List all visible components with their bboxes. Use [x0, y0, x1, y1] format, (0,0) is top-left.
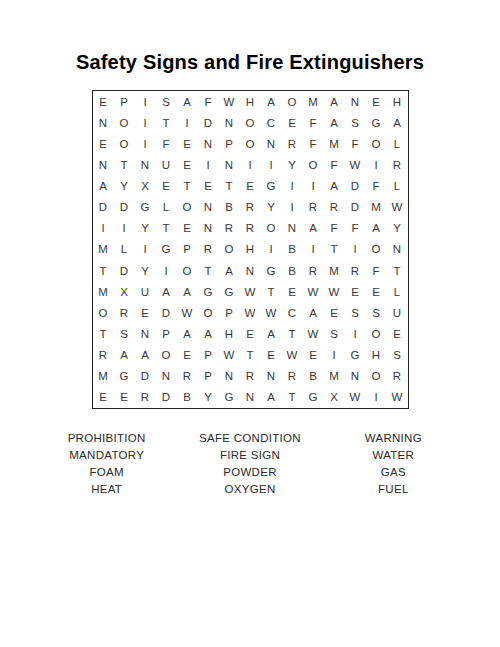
grid-cell-r10c9[interactable]: T — [261, 281, 282, 302]
word-list-column-1: PROHIBITIONMANDATORYFOAMHEAT — [35, 430, 178, 498]
grid-cell-r6c1[interactable]: D — [93, 197, 114, 218]
grid-cell-r12c10[interactable]: T — [282, 323, 303, 344]
grid-cell-r1c1[interactable]: E — [93, 91, 114, 112]
grid-cell-r9c2[interactable]: D — [114, 260, 135, 281]
grid-cell-r4c7[interactable]: N — [219, 154, 240, 175]
grid-cell-r7c8[interactable]: R — [240, 218, 261, 239]
grid-cell-r3c14[interactable]: O — [366, 133, 387, 154]
grid-cell-r15c6[interactable]: Y — [198, 387, 219, 408]
grid-cell-r6c14[interactable]: M — [366, 197, 387, 218]
grid-cell-r9c14[interactable]: F — [366, 260, 387, 281]
grid-cell-r4c4[interactable]: U — [156, 154, 177, 175]
grid-cell-r13c8[interactable]: T — [240, 345, 261, 366]
grid-cell-r15c9[interactable]: A — [261, 387, 282, 408]
grid-cell-r2c7[interactable]: N — [219, 112, 240, 133]
grid-cell-r9c10[interactable]: B — [282, 260, 303, 281]
word-list-item: OXYGEN — [178, 481, 321, 498]
grid-cell-r11c11[interactable]: A — [303, 302, 324, 323]
grid-cell-r7c10[interactable]: N — [282, 218, 303, 239]
grid-cell-r11c1[interactable]: O — [93, 302, 114, 323]
grid-cell-r2c11[interactable]: F — [303, 112, 324, 133]
grid-cell-r5c10[interactable]: I — [282, 176, 303, 197]
word-search-grid: EPISAFWHAOMANEHNOITIDNOCEFASGAEOIFENPONR… — [92, 90, 409, 409]
grid-cell-r7c2[interactable]: I — [114, 218, 135, 239]
grid-cell-r10c10[interactable]: E — [282, 281, 303, 302]
grid-cell-r12c4[interactable]: P — [156, 323, 177, 344]
grid-cell-r5c7[interactable]: T — [219, 176, 240, 197]
grid-cell-r7c14[interactable]: A — [366, 218, 387, 239]
grid-cell-r6c15[interactable]: W — [387, 197, 408, 218]
grid-cell-r12c8[interactable]: E — [240, 323, 261, 344]
grid-cell-r12c7[interactable]: H — [219, 323, 240, 344]
grid-cell-r8c2[interactable]: L — [114, 239, 135, 260]
grid-cell-r3c12[interactable]: M — [324, 133, 345, 154]
grid-cell-r14c9[interactable]: N — [261, 366, 282, 387]
grid-cell-r4c11[interactable]: O — [303, 154, 324, 175]
grid-cell-r1c9[interactable]: A — [261, 91, 282, 112]
grid-cell-r2c3[interactable]: I — [135, 112, 156, 133]
grid-cell-r1c14[interactable]: E — [366, 91, 387, 112]
grid-cell-r3c6[interactable]: N — [198, 133, 219, 154]
grid-cell-r2c15[interactable]: A — [387, 112, 408, 133]
grid-cell-r9c15[interactable]: T — [387, 260, 408, 281]
grid-cell-r7c12[interactable]: F — [324, 218, 345, 239]
grid-cell-r15c5[interactable]: B — [177, 387, 198, 408]
grid-cell-r6c12[interactable]: R — [324, 197, 345, 218]
grid-cell-r5c4[interactable]: E — [156, 176, 177, 197]
grid-cell-r1c5[interactable]: A — [177, 91, 198, 112]
grid-cell-r9c5[interactable]: O — [177, 260, 198, 281]
grid-cell-r5c12[interactable]: A — [324, 176, 345, 197]
grid-cell-r10c5[interactable]: A — [177, 281, 198, 302]
grid-cell-r10c14[interactable]: E — [366, 281, 387, 302]
grid-cell-r12c6[interactable]: A — [198, 323, 219, 344]
grid-cell-r3c15[interactable]: L — [387, 133, 408, 154]
grid-cell-r11c7[interactable]: P — [219, 302, 240, 323]
grid-cell-r15c13[interactable]: W — [345, 387, 366, 408]
grid-cell-r13c5[interactable]: E — [177, 345, 198, 366]
grid-cell-r12c2[interactable]: S — [114, 323, 135, 344]
grid-cell-r8c6[interactable]: R — [198, 239, 219, 260]
grid-cell-r15c4[interactable]: D — [156, 387, 177, 408]
word-list-column-3: WARNINGWATERGASFUEL — [322, 430, 465, 498]
grid-cell-r3c9[interactable]: N — [261, 133, 282, 154]
grid-cell-r5c6[interactable]: E — [198, 176, 219, 197]
grid-cell-r1c3[interactable]: I — [135, 91, 156, 112]
grid-cell-r13c3[interactable]: A — [135, 345, 156, 366]
grid-cell-r9c8[interactable]: N — [240, 260, 261, 281]
grid-cell-r12c14[interactable]: O — [366, 323, 387, 344]
grid-cell-r3c13[interactable]: F — [345, 133, 366, 154]
grid-cell-r3c8[interactable]: O — [240, 133, 261, 154]
grid-cell-r13c13[interactable]: G — [345, 345, 366, 366]
word-list-item: PROHIBITION — [35, 430, 178, 447]
word-list: PROHIBITIONMANDATORYFOAMHEAT SAFE CONDIT… — [35, 430, 465, 498]
grid-cell-r6c5[interactable]: O — [177, 197, 198, 218]
grid-cell-r7c6[interactable]: N — [198, 218, 219, 239]
grid-cell-r15c11[interactable]: G — [303, 387, 324, 408]
grid-cell-r11c4[interactable]: D — [156, 302, 177, 323]
grid-cell-r7c11[interactable]: A — [303, 218, 324, 239]
grid-cell-r6c9[interactable]: Y — [261, 197, 282, 218]
grid-cell-r15c10[interactable]: T — [282, 387, 303, 408]
grid-cell-r10c15[interactable]: L — [387, 281, 408, 302]
page-title: Safety Signs and Fire Extinguishers — [0, 0, 500, 74]
grid-cell-r14c6[interactable]: P — [198, 366, 219, 387]
grid-cell-r14c7[interactable]: N — [219, 366, 240, 387]
grid-cell-r4c3[interactable]: N — [135, 154, 156, 175]
grid-cell-r1c6[interactable]: F — [198, 91, 219, 112]
grid-cell-r1c7[interactable]: W — [219, 91, 240, 112]
grid-cell-r5c14[interactable]: F — [366, 176, 387, 197]
grid-cell-r1c15[interactable]: H — [387, 91, 408, 112]
grid-cell-r15c12[interactable]: X — [324, 387, 345, 408]
grid-cell-r15c8[interactable]: N — [240, 387, 261, 408]
grid-cell-r4c5[interactable]: E — [177, 154, 198, 175]
word-list-item: FUEL — [322, 481, 465, 498]
grid-cell-r1c10[interactable]: O — [282, 91, 303, 112]
grid-cell-r3c1[interactable]: E — [93, 133, 114, 154]
grid-cell-r11c2[interactable]: R — [114, 302, 135, 323]
word-list-item: POWDER — [178, 464, 321, 481]
grid-cell-r3c7[interactable]: P — [219, 133, 240, 154]
grid-cell-r14c4[interactable]: N — [156, 366, 177, 387]
grid-cell-r7c15[interactable]: Y — [387, 218, 408, 239]
grid-cell-r9c9[interactable]: G — [261, 260, 282, 281]
grid-cell-r4c12[interactable]: F — [324, 154, 345, 175]
grid-cell-r12c11[interactable]: W — [303, 323, 324, 344]
grid-cell-r12c9[interactable]: A — [261, 323, 282, 344]
grid-cell-r5c8[interactable]: E — [240, 176, 261, 197]
grid-cell-r3c2[interactable]: O — [114, 133, 135, 154]
grid-cell-r6c4[interactable]: L — [156, 197, 177, 218]
grid-cell-r6c2[interactable]: D — [114, 197, 135, 218]
grid-cell-r2c2[interactable]: O — [114, 112, 135, 133]
grid-cell-r8c9[interactable]: I — [261, 239, 282, 260]
grid-cell-r10c6[interactable]: G — [198, 281, 219, 302]
grid-cell-r5c15[interactable]: L — [387, 176, 408, 197]
grid-cell-r3c11[interactable]: F — [303, 133, 324, 154]
grid-cell-r13c12[interactable]: I — [324, 345, 345, 366]
grid-cell-r8c5[interactable]: P — [177, 239, 198, 260]
grid-cell-r6c6[interactable]: N — [198, 197, 219, 218]
grid-cell-r4c9[interactable]: I — [261, 154, 282, 175]
grid-cell-r13c7[interactable]: W — [219, 345, 240, 366]
grid-cell-r5c1[interactable]: A — [93, 176, 114, 197]
grid-cell-r2c8[interactable]: O — [240, 112, 261, 133]
grid-cell-r4c15[interactable]: R — [387, 154, 408, 175]
grid-cell-r2c10[interactable]: E — [282, 112, 303, 133]
grid-cell-r14c10[interactable]: R — [282, 366, 303, 387]
grid-cell-r9c4[interactable]: I — [156, 260, 177, 281]
grid-cell-r9c13[interactable]: R — [345, 260, 366, 281]
grid-cell-r11c3[interactable]: E — [135, 302, 156, 323]
grid-cell-r6c8[interactable]: R — [240, 197, 261, 218]
grid-cell-r11c13[interactable]: S — [345, 302, 366, 323]
grid-cell-r9c7[interactable]: A — [219, 260, 240, 281]
grid-cell-r4c14[interactable]: I — [366, 154, 387, 175]
grid-cell-r2c13[interactable]: S — [345, 112, 366, 133]
grid-cell-r8c15[interactable]: N — [387, 239, 408, 260]
grid-cell-r5c11[interactable]: I — [303, 176, 324, 197]
grid-cell-r1c13[interactable]: N — [345, 91, 366, 112]
grid-cell-r15c7[interactable]: G — [219, 387, 240, 408]
grid-cell-r10c12[interactable]: W — [324, 281, 345, 302]
grid-cell-r9c6[interactable]: T — [198, 260, 219, 281]
grid-cell-r8c12[interactable]: T — [324, 239, 345, 260]
grid-cell-r15c3[interactable]: R — [135, 387, 156, 408]
grid-cell-r13c4[interactable]: O — [156, 345, 177, 366]
grid-cell-r9c12[interactable]: M — [324, 260, 345, 281]
grid-cell-r14c2[interactable]: G — [114, 366, 135, 387]
word-list-item: MANDATORY — [35, 447, 178, 464]
grid-cell-r4c2[interactable]: T — [114, 154, 135, 175]
grid-cell-r7c3[interactable]: Y — [135, 218, 156, 239]
grid-cell-r15c15[interactable]: W — [387, 387, 408, 408]
word-list-item: FOAM — [35, 464, 178, 481]
grid-cell-r12c3[interactable]: N — [135, 323, 156, 344]
grid-cell-r11c6[interactable]: O — [198, 302, 219, 323]
grid-cell-r12c5[interactable]: A — [177, 323, 198, 344]
grid-cell-r11c5[interactable]: W — [177, 302, 198, 323]
grid-cell-r14c8[interactable]: R — [240, 366, 261, 387]
grid-cell-r5c3[interactable]: X — [135, 176, 156, 197]
grid-cell-r2c14[interactable]: G — [366, 112, 387, 133]
grid-cell-r10c3[interactable]: U — [135, 281, 156, 302]
grid-cell-r13c1[interactable]: R — [93, 345, 114, 366]
grid-cell-r3c5[interactable]: E — [177, 133, 198, 154]
grid-cell-r6c11[interactable]: R — [303, 197, 324, 218]
grid-cell-r7c9[interactable]: O — [261, 218, 282, 239]
grid-cell-r14c12[interactable]: M — [324, 366, 345, 387]
grid-cell-r8c7[interactable]: O — [219, 239, 240, 260]
grid-cell-r11c15[interactable]: U — [387, 302, 408, 323]
grid-cell-r7c7[interactable]: R — [219, 218, 240, 239]
word-list-item: WARNING — [322, 430, 465, 447]
grid-cell-r11c8[interactable]: W — [240, 302, 261, 323]
grid-cell-r6c3[interactable]: G — [135, 197, 156, 218]
grid-cell-r5c9[interactable]: G — [261, 176, 282, 197]
grid-cell-r9c3[interactable]: Y — [135, 260, 156, 281]
grid-cell-r11c12[interactable]: E — [324, 302, 345, 323]
grid-cell-r4c10[interactable]: Y — [282, 154, 303, 175]
grid-cell-r6c13[interactable]: D — [345, 197, 366, 218]
grid-cell-r12c12[interactable]: S — [324, 323, 345, 344]
grid-cell-r13c2[interactable]: A — [114, 345, 135, 366]
grid-cell-r13c15[interactable]: S — [387, 345, 408, 366]
grid-cell-r1c8[interactable]: H — [240, 91, 261, 112]
grid-cell-r8c1[interactable]: M — [93, 239, 114, 260]
grid-cell-r15c2[interactable]: E — [114, 387, 135, 408]
word-list-item: GAS — [322, 464, 465, 481]
grid-cell-r10c11[interactable]: W — [303, 281, 324, 302]
grid-cell-r12c13[interactable]: I — [345, 323, 366, 344]
grid-cell-r8c14[interactable]: O — [366, 239, 387, 260]
grid-cell-r4c1[interactable]: N — [93, 154, 114, 175]
grid-cell-r2c1[interactable]: N — [93, 112, 114, 133]
grid-cell-r13c10[interactable]: W — [282, 345, 303, 366]
grid-cell-r1c4[interactable]: S — [156, 91, 177, 112]
grid-cell-r3c4[interactable]: F — [156, 133, 177, 154]
grid-cell-r7c13[interactable]: F — [345, 218, 366, 239]
grid-cell-r10c4[interactable]: A — [156, 281, 177, 302]
grid-cell-r5c5[interactable]: T — [177, 176, 198, 197]
grid-cell-r2c6[interactable]: D — [198, 112, 219, 133]
grid-cell-r14c11[interactable]: B — [303, 366, 324, 387]
grid-cell-r13c9[interactable]: E — [261, 345, 282, 366]
grid-cell-r4c13[interactable]: W — [345, 154, 366, 175]
grid-cell-r10c1[interactable]: M — [93, 281, 114, 302]
grid-cell-r8c11[interactable]: I — [303, 239, 324, 260]
grid-cell-r2c5[interactable]: I — [177, 112, 198, 133]
grid-cell-r1c11[interactable]: M — [303, 91, 324, 112]
grid-cell-r8c3[interactable]: I — [135, 239, 156, 260]
grid-cell-r9c1[interactable]: T — [93, 260, 114, 281]
grid-cell-r14c15[interactable]: R — [387, 366, 408, 387]
grid-cell-r6c7[interactable]: B — [219, 197, 240, 218]
grid-cell-r11c14[interactable]: S — [366, 302, 387, 323]
grid-cell-r14c14[interactable]: O — [366, 366, 387, 387]
grid-cell-r2c4[interactable]: T — [156, 112, 177, 133]
grid-cell-r14c1[interactable]: M — [93, 366, 114, 387]
grid-cell-r14c13[interactable]: N — [345, 366, 366, 387]
grid-cell-r10c13[interactable]: E — [345, 281, 366, 302]
grid-cell-r15c14[interactable]: I — [366, 387, 387, 408]
grid-cell-r11c10[interactable]: C — [282, 302, 303, 323]
grid-cell-r8c4[interactable]: G — [156, 239, 177, 260]
grid-cell-r2c12[interactable]: A — [324, 112, 345, 133]
word-list-item: WATER — [322, 447, 465, 464]
grid-cell-r8c10[interactable]: B — [282, 239, 303, 260]
grid-cell-r10c2[interactable]: X — [114, 281, 135, 302]
grid-cell-r13c11[interactable]: E — [303, 345, 324, 366]
grid-cell-r7c5[interactable]: E — [177, 218, 198, 239]
grid-cell-r4c8[interactable]: I — [240, 154, 261, 175]
grid-cell-r6c10[interactable]: I — [282, 197, 303, 218]
grid-cell-r11c9[interactable]: W — [261, 302, 282, 323]
grid-cell-r1c12[interactable]: A — [324, 91, 345, 112]
grid-cell-r10c7[interactable]: G — [219, 281, 240, 302]
grid-cell-r3c10[interactable]: R — [282, 133, 303, 154]
word-list-column-2: SAFE CONDITIONFIRE SIGNPOWDEROXYGEN — [178, 430, 321, 498]
grid-cell-r9c11[interactable]: R — [303, 260, 324, 281]
grid-cell-r7c4[interactable]: T — [156, 218, 177, 239]
word-list-item: FIRE SIGN — [178, 447, 321, 464]
grid-cell-r12c1[interactable]: T — [93, 323, 114, 344]
grid-cell-r13c6[interactable]: P — [198, 345, 219, 366]
grid-cell-r8c13[interactable]: I — [345, 239, 366, 260]
grid-cell-r2c9[interactable]: C — [261, 112, 282, 133]
grid-cell-r5c13[interactable]: D — [345, 176, 366, 197]
word-list-item: SAFE CONDITION — [178, 430, 321, 447]
grid-cell-r15c1[interactable]: E — [93, 387, 114, 408]
grid-cell-r14c5[interactable]: R — [177, 366, 198, 387]
grid-cell-r5c2[interactable]: Y — [114, 176, 135, 197]
grid-cell-r10c8[interactable]: W — [240, 281, 261, 302]
grid-cell-r8c8[interactable]: H — [240, 239, 261, 260]
grid-cell-r4c6[interactable]: I — [198, 154, 219, 175]
grid-cell-r7c1[interactable]: I — [93, 218, 114, 239]
grid-cell-r3c3[interactable]: I — [135, 133, 156, 154]
grid-cell-r1c2[interactable]: P — [114, 91, 135, 112]
word-list-item: HEAT — [35, 481, 178, 498]
grid-cell-r12c15[interactable]: E — [387, 323, 408, 344]
grid-cell-r14c3[interactable]: D — [135, 366, 156, 387]
grid-cell-r13c14[interactable]: H — [366, 345, 387, 366]
